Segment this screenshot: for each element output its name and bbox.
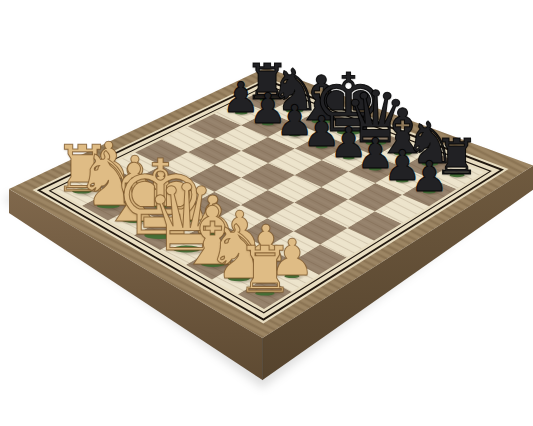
chess-set-photo: ♜♞♟♝♟♚♟♛♟♝♟♞♟♜♟♟♜♟♟♞♟♟♝♟♚♟♛♟♝♟♞♜	[0, 0, 533, 426]
chess-board	[0, 0, 533, 426]
